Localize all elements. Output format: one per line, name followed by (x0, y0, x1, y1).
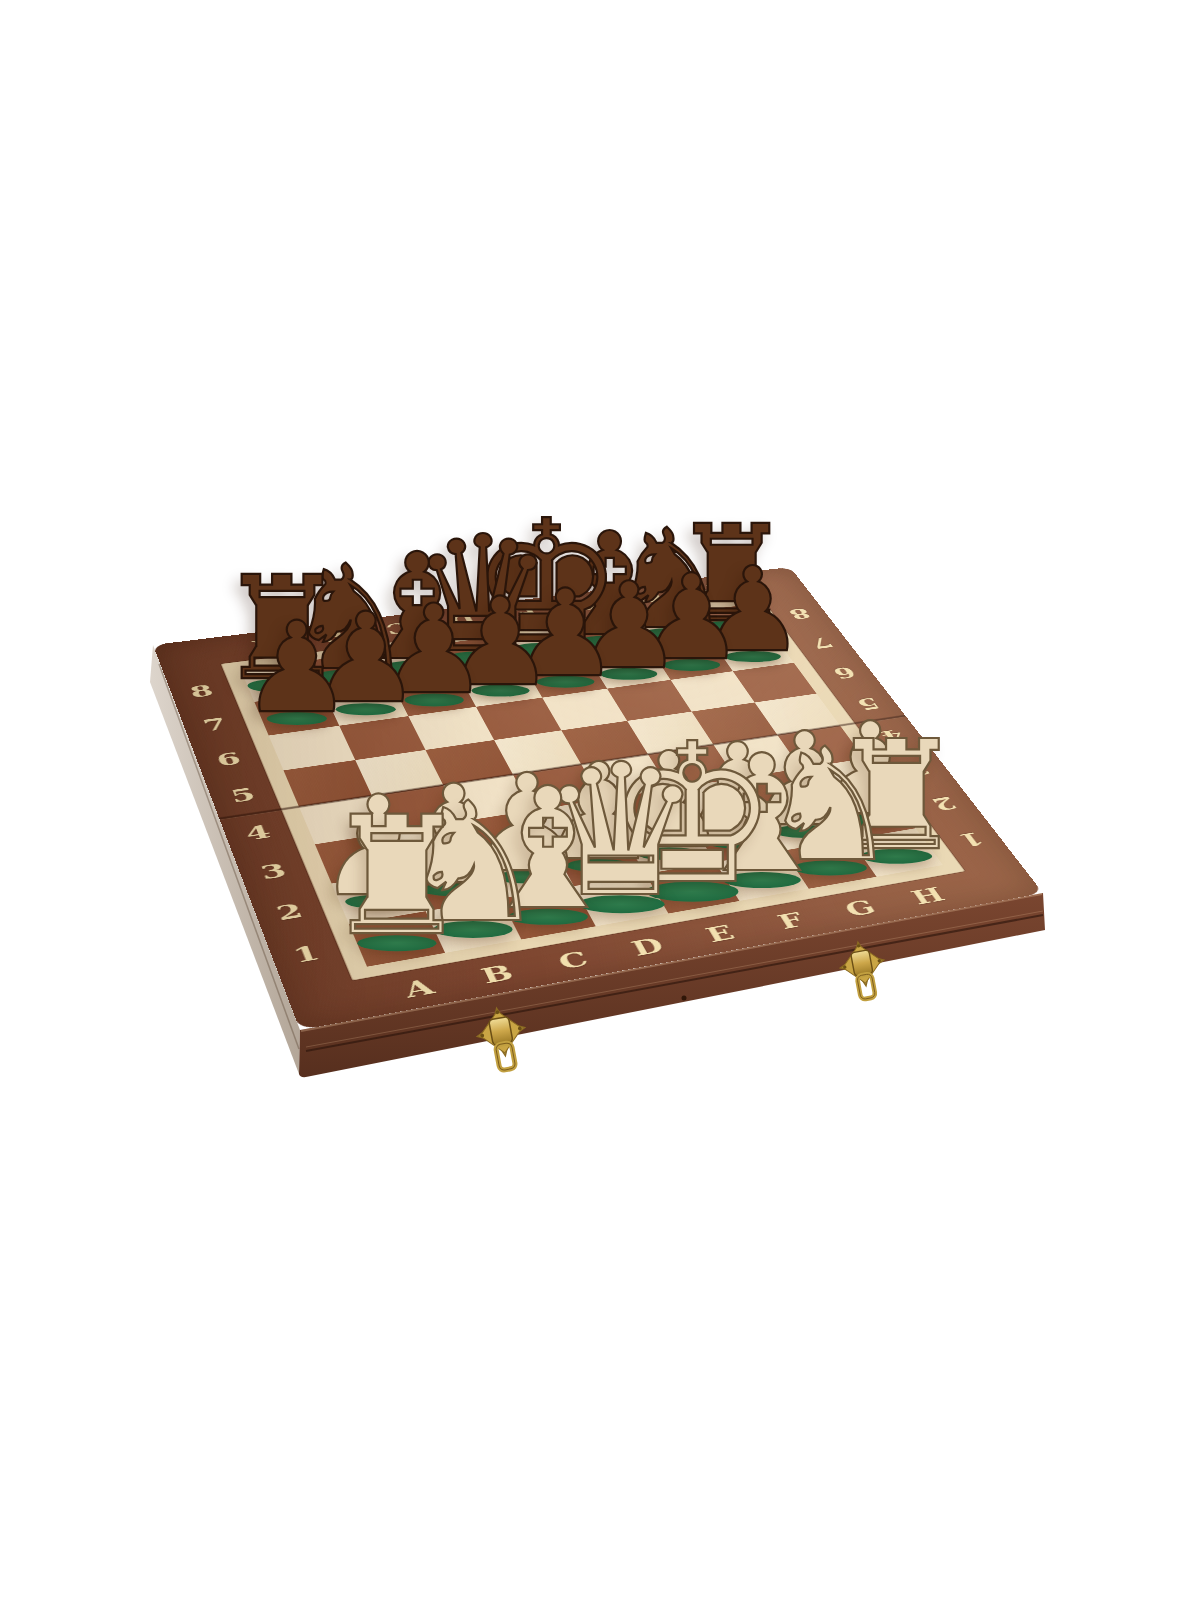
product-photo-canvas: 88AA77BB66CC55DD44EE33FF22GG11HH ♜♞♝♛♚♝♞… (0, 0, 1200, 1600)
brass-latch-left (473, 1004, 531, 1074)
brass-latch-right (836, 938, 890, 1002)
latches-layer (0, 0, 1200, 1600)
